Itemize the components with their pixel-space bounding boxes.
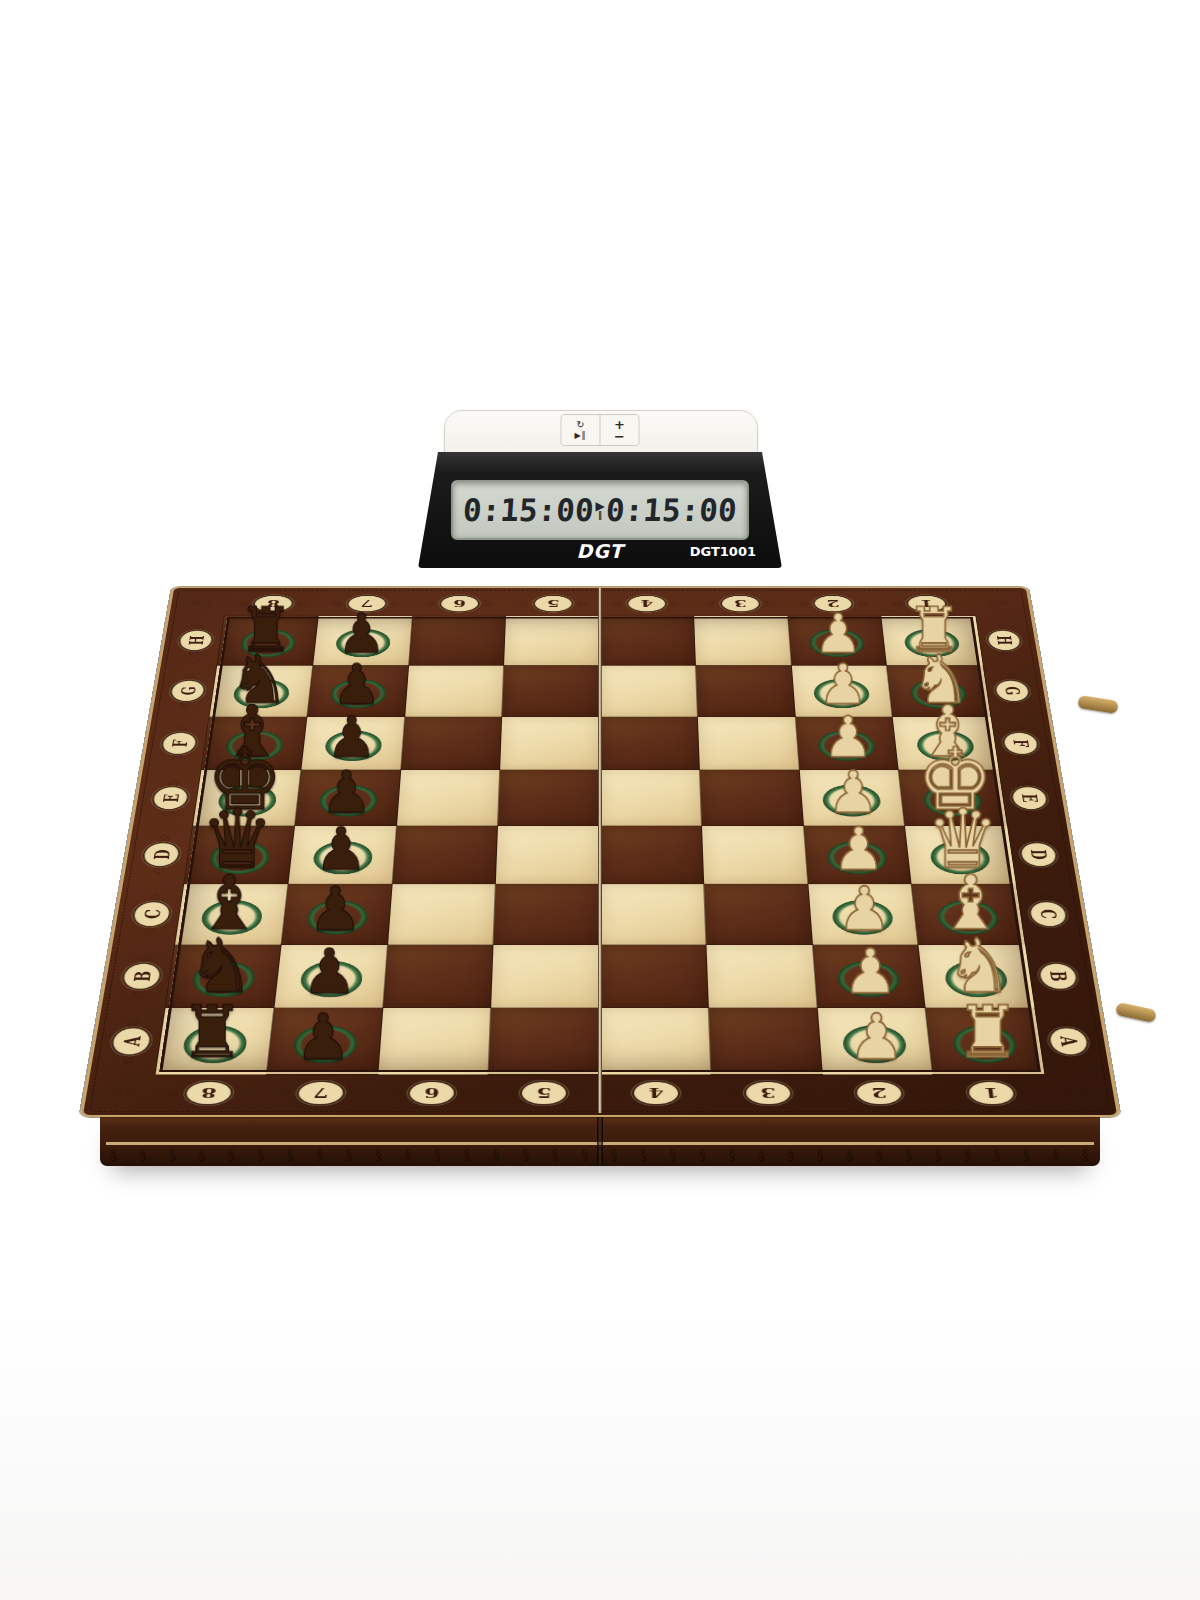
heart-ornament-icon: ♡: [166, 778, 180, 786]
heart-ornament-icon: ♡: [329, 600, 342, 606]
rank-medallion: 2: [812, 595, 854, 612]
board-fold-seam: [598, 588, 602, 1113]
square-a2[interactable]: ♟: [817, 1008, 933, 1074]
border-corner-ornament: ♡♡: [90, 1075, 155, 1111]
heart-ornament-icon: ♡: [1000, 652, 1013, 659]
rank-medallion: 4: [632, 1080, 681, 1105]
rank-label-bottom-5: ♡5♡: [488, 1075, 600, 1111]
rank-label-top-3: ♡3♡: [693, 591, 788, 616]
heart-ornament-icon: ♡: [1054, 990, 1069, 999]
heart-ornament-icon: ♡: [191, 601, 202, 607]
rank-label-top-5: ♡5♡: [506, 591, 600, 616]
rank-label-top-4: ♡4♡: [600, 591, 694, 616]
heart-ornament-icon: ♡: [124, 1089, 137, 1097]
rank-label-bottom-3: ♡3♡: [711, 1075, 825, 1111]
file-medallion: H: [177, 630, 215, 651]
file-label-left-a: ♡A♡: [97, 1008, 166, 1074]
border-corner-ornament: ♡♡: [972, 591, 1026, 616]
heart-ornament-icon: ♡: [142, 928, 156, 936]
piece-wR-a1[interactable]: ♜: [956, 1000, 1020, 1066]
square-b5[interactable]: [491, 945, 600, 1008]
square-a4[interactable]: [600, 1008, 711, 1074]
heart-ornament-icon: ♡: [947, 1088, 963, 1096]
rank-medallion: 1: [966, 1080, 1018, 1105]
heart-ornament-icon: ♡: [950, 600, 964, 606]
board-frame: ♡♡♡♡♡♡♡♡♡8♡♡8♡♡7♡♡7♡♡6♡♡6♡♡5♡♡5♡♡4♡♡4♡♡3…: [79, 587, 1120, 1118]
piece-wP-a2[interactable]: ♟: [849, 1008, 906, 1066]
chess-clock: ↻ ▶‖ + − 0:15:00 ▶ ‖ 0:15:00 DGT DGT1001: [418, 406, 782, 568]
square-a5[interactable]: [489, 1008, 600, 1074]
heart-ornament-icon: ♡: [796, 600, 809, 606]
square-b4[interactable]: [600, 945, 709, 1008]
piece-bP-f7[interactable]: ♟: [326, 712, 377, 764]
square-e5[interactable]: [498, 770, 600, 826]
piece-bP-c7[interactable]: ♟: [308, 882, 362, 938]
heart-ornament-icon: ♡: [179, 702, 192, 709]
minus-icon: −: [614, 431, 625, 442]
border-corner-ornament: ♡♡: [175, 591, 229, 616]
square-g6[interactable]: [405, 665, 505, 716]
file-medallion: B: [120, 963, 163, 990]
square-d5[interactable]: [496, 826, 600, 884]
heart-ornament-icon: ♡: [796, 1088, 812, 1096]
play-pause-icon: ▶‖: [574, 431, 586, 440]
square-b7[interactable]: ♟: [274, 945, 387, 1008]
file-label-right-a: ♡A♡: [1034, 1008, 1103, 1074]
file-medallion: A: [1046, 1027, 1091, 1056]
square-c3[interactable]: [704, 884, 813, 945]
heart-ornament-icon: ♡: [1034, 868, 1048, 876]
square-g3[interactable]: [696, 665, 796, 716]
file-label-left-d: ♡D♡: [129, 826, 193, 884]
rank-medallion: 7: [295, 1080, 346, 1105]
rank-medallion: 3: [719, 595, 760, 612]
heart-ornament-icon: ♡: [1077, 1089, 1090, 1097]
file-medallion: A: [109, 1027, 154, 1056]
rank-label-bottom-1: ♡1♡: [933, 1075, 1050, 1111]
plus-minus-button[interactable]: + −: [600, 415, 639, 445]
piece-wP-c2[interactable]: ♟: [838, 882, 892, 938]
clock-model-label: DGT1001: [690, 544, 756, 559]
heart-ornament-icon: ♡: [187, 652, 200, 659]
square-c5[interactable]: [494, 884, 600, 945]
heart-ornament-icon: ♡: [484, 600, 497, 606]
heart-ornament-icon: ♡: [236, 600, 250, 606]
file-label-left-b: ♡B♡: [108, 945, 175, 1008]
rank-medallion: 4: [626, 595, 667, 612]
piece-bP-e7[interactable]: ♟: [320, 766, 372, 819]
side-spiral-carvings: § § § § § § § § § § § § § § § § § § § § …: [110, 1146, 1090, 1164]
rank-medallion: 7: [346, 595, 388, 612]
rank-label-bottom-7: ♡7♡: [263, 1075, 378, 1111]
file-medallion: B: [1037, 963, 1080, 990]
file-medallion: D: [1018, 842, 1059, 867]
heart-ornament-icon: ♡: [1016, 755, 1029, 762]
heart-ornament-icon: ♡: [987, 601, 998, 607]
file-medallion: C: [1027, 901, 1069, 927]
heart-ornament-icon: ♡: [1058, 1017, 1073, 1026]
file-medallion: E: [1009, 786, 1049, 810]
piece-bP-b7[interactable]: ♟: [301, 944, 356, 1001]
square-e4[interactable]: [600, 770, 702, 826]
file-medallion: C: [131, 901, 173, 927]
heart-ornament-icon: ♡: [516, 600, 529, 606]
plus-icon: +: [614, 419, 625, 430]
rank-medallion: 5: [533, 595, 574, 612]
piece-bR-a8[interactable]: ♜: [180, 1000, 244, 1066]
square-a3[interactable]: [709, 1008, 823, 1074]
file-medallion: H: [985, 630, 1023, 651]
rank-label-top-6: ♡6♡: [412, 591, 507, 616]
square-h5[interactable]: [504, 616, 600, 665]
piece-wP-d2[interactable]: ♟: [833, 823, 886, 877]
square-a8[interactable]: ♜: [156, 1008, 275, 1074]
square-f3[interactable]: [698, 717, 800, 770]
piece-bP-a7[interactable]: ♟: [295, 1008, 352, 1066]
file-label-left-f: ♡F♡: [149, 717, 210, 770]
dgt-logo: DGT: [577, 540, 624, 562]
square-e3[interactable]: [700, 770, 804, 826]
heart-ornament-icon: ♡: [175, 724, 188, 731]
heart-ornament-icon: ♡: [152, 868, 166, 876]
file-label-left-h: ♡H♡: [166, 616, 224, 665]
heart-ornament-icon: ♡: [423, 600, 436, 606]
file-label-right-g: ♡G♡: [983, 665, 1043, 716]
heart-ornament-icon: ♡: [202, 601, 213, 607]
left-player-time: 0:15:00: [462, 492, 595, 528]
file-medallion: F: [1001, 732, 1041, 755]
square-c4[interactable]: [600, 884, 706, 945]
heart-ornament-icon: ♡: [192, 623, 205, 630]
square-f4[interactable]: [600, 717, 700, 770]
piece-wP-f2[interactable]: ♟: [823, 712, 874, 764]
square-a1[interactable]: ♜: [926, 1008, 1045, 1074]
rank-label-bottom-2: ♡2♡: [822, 1075, 937, 1111]
heart-ornament-icon: ♡: [1038, 893, 1052, 901]
file-medallion: E: [150, 786, 190, 810]
file-medallion: G: [168, 680, 207, 702]
rank-medallion: 1: [905, 595, 948, 612]
heart-ornament-icon: ♡: [1063, 1089, 1076, 1097]
rank-label-top-7: ♡7♡: [318, 591, 414, 616]
heart-ornament-icon: ♡: [127, 1017, 142, 1026]
heart-ornament-icon: ♡: [388, 1088, 404, 1096]
rank-medallion: 5: [520, 1080, 569, 1105]
piece-wP-b2[interactable]: ♟: [843, 944, 898, 1001]
turn-indicator-icon: ▶ ‖: [594, 501, 607, 520]
brass-clasp-lower: [1115, 1002, 1157, 1023]
rank-label-bottom-8: ♡8♡: [150, 1075, 267, 1111]
square-d4[interactable]: [600, 826, 704, 884]
file-medallion: D: [141, 842, 182, 867]
square-c6[interactable]: [388, 884, 497, 945]
heart-ornament-icon: ♡: [110, 1089, 123, 1097]
heart-ornament-icon: ♡: [1008, 702, 1021, 709]
square-a7[interactable]: ♟: [267, 1008, 383, 1074]
heart-ornament-icon: ♡: [685, 1088, 701, 1096]
square-d6[interactable]: [392, 826, 498, 884]
heart-ornament-icon: ♡: [121, 1056, 136, 1065]
heart-ornament-icon: ♡: [1044, 928, 1058, 936]
heart-ornament-icon: ♡: [137, 954, 152, 963]
file-medallion: F: [159, 732, 199, 755]
heart-ornament-icon: ♡: [908, 1088, 924, 1096]
heart-ornament-icon: ♡: [996, 623, 1009, 630]
heart-ornament-icon: ♡: [612, 1088, 627, 1096]
square-g5[interactable]: [502, 665, 600, 716]
heart-ornament-icon: ♡: [1020, 1088, 1037, 1096]
heart-ornament-icon: ♡: [857, 600, 870, 606]
file-label-left-c: ♡C♡: [119, 884, 185, 945]
rank-label-bottom-6: ♡6♡: [375, 1075, 489, 1111]
heart-ornament-icon: ♡: [889, 600, 903, 606]
heart-ornament-icon: ♡: [349, 1088, 365, 1096]
clock-lcd: 0:15:00 ▶ ‖ 0:15:00: [451, 480, 749, 540]
heart-ornament-icon: ♡: [1025, 810, 1039, 818]
right-player-time: 0:15:00: [605, 492, 738, 528]
square-d3[interactable]: [702, 826, 808, 884]
square-b3[interactable]: [706, 945, 817, 1008]
square-b2[interactable]: ♟: [812, 945, 925, 1008]
heart-ornament-icon: ♡: [161, 810, 175, 818]
heart-ornament-icon: ♡: [573, 1088, 588, 1096]
heart-ornament-icon: ♡: [390, 600, 403, 606]
heart-ornament-icon: ♡: [461, 1088, 477, 1096]
rank-medallion: 2: [854, 1080, 905, 1105]
square-b6[interactable]: [383, 945, 494, 1008]
file-label-right-d: ♡D♡: [1007, 826, 1071, 884]
square-g4[interactable]: [600, 665, 698, 716]
heart-ornament-icon: ♡: [237, 1088, 253, 1096]
file-label-right-h: ♡H♡: [975, 616, 1033, 665]
square-f6[interactable]: [401, 717, 503, 770]
brass-clasp-upper: [1077, 695, 1119, 714]
heart-ornament-icon: ♡: [1003, 673, 1016, 680]
heart-ornament-icon: ♡: [577, 600, 590, 606]
file-label-right-e: ♡E♡: [999, 770, 1061, 826]
file-label-right-b: ♡B♡: [1025, 945, 1092, 1008]
heart-ornament-icon: ♡: [1020, 778, 1034, 786]
heart-ornament-icon: ♡: [1048, 954, 1063, 963]
rank-medallion: 6: [439, 595, 480, 612]
heart-ornament-icon: ♡: [671, 600, 684, 606]
heart-ornament-icon: ♡: [131, 990, 146, 999]
file-medallion: G: [993, 680, 1032, 702]
board-side-edge: § § § § § § § § § § § § § § § § § § § § …: [100, 1112, 1100, 1166]
border-corner-ornament: ♡♡: [1044, 1075, 1109, 1111]
file-label-left-e: ♡E♡: [139, 770, 201, 826]
heart-ornament-icon: ♡: [184, 673, 197, 680]
heart-ornament-icon: ♡: [276, 1088, 292, 1096]
square-e6[interactable]: [397, 770, 501, 826]
rank-label-top-2: ♡2♡: [786, 591, 882, 616]
heart-ornament-icon: ♡: [148, 893, 162, 901]
heart-ornament-icon: ♡: [500, 1088, 516, 1096]
heart-ornament-icon: ♡: [1029, 834, 1043, 842]
chess-board: ♡♡♡♡♡♡♡♡♡8♡♡8♡♡7♡♡7♡♡6♡♡6♡♡5♡♡5♡♡4♡♡4♡♡3…: [79, 587, 1120, 1118]
square-h6[interactable]: [409, 616, 507, 665]
power-playpause-button[interactable]: ↻ ▶‖: [562, 415, 600, 445]
file-label-right-c: ♡C♡: [1016, 884, 1082, 945]
heart-ornament-icon: ♡: [999, 601, 1010, 607]
square-f5[interactable]: [500, 717, 600, 770]
heart-ornament-icon: ♡: [157, 834, 171, 842]
clock-button-cluster: ↻ ▶‖ + −: [561, 414, 640, 446]
heart-ornament-icon: ♡: [297, 600, 311, 606]
heart-ornament-icon: ♡: [723, 1088, 739, 1096]
heart-ornament-icon: ♡: [1012, 724, 1025, 731]
heart-ornament-icon: ♡: [764, 600, 777, 606]
piece-wP-e2[interactable]: ♟: [828, 766, 880, 819]
piece-bP-d7[interactable]: ♟: [314, 823, 367, 877]
rank-medallion: 3: [743, 1080, 793, 1105]
square-a6[interactable]: [378, 1008, 492, 1074]
power-icon: ↻: [576, 420, 584, 430]
file-label-right-f: ♡F♡: [991, 717, 1052, 770]
file-label-left-g: ♡G♡: [158, 665, 218, 716]
heart-ornament-icon: ♡: [703, 600, 716, 606]
square-h4[interactable]: [600, 616, 696, 665]
heart-ornament-icon: ♡: [1064, 1056, 1079, 1065]
heart-ornament-icon: ♡: [170, 755, 183, 762]
rank-medallion: 8: [183, 1080, 235, 1105]
heart-ornament-icon: ♡: [835, 1088, 851, 1096]
heart-ornament-icon: ♡: [610, 600, 623, 606]
heart-ornament-icon: ♡: [164, 1088, 181, 1096]
rank-medallion: 6: [407, 1080, 457, 1105]
rank-label-bottom-4: ♡4♡: [600, 1075, 712, 1111]
square-h3[interactable]: [694, 616, 792, 665]
